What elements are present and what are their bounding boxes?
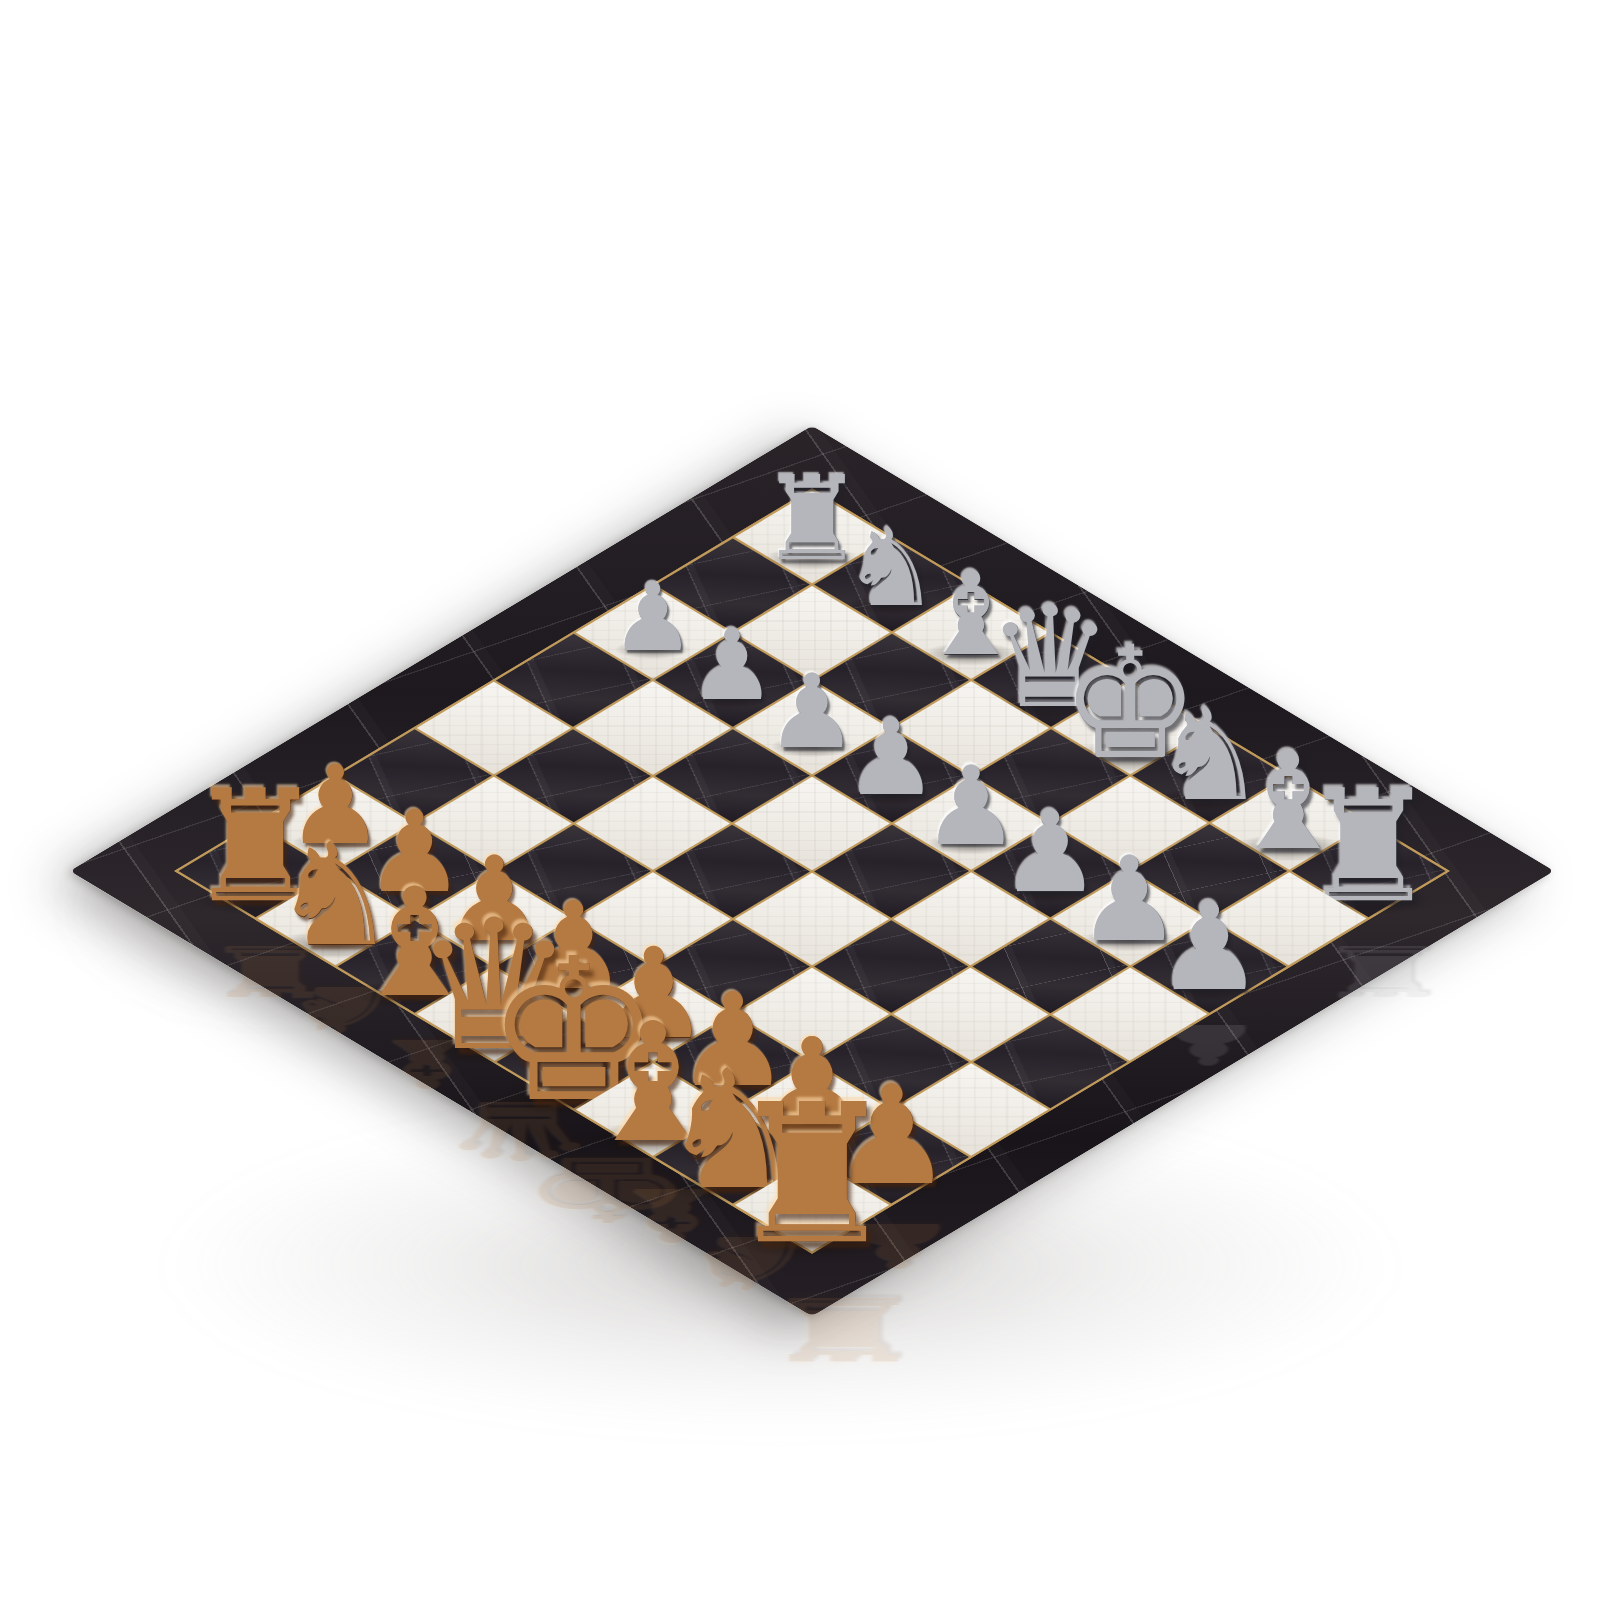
piece-silver-anubis-shield-pawn[interactable]: ♟♟ (1155, 892, 1264, 1001)
square-h1[interactable]: ♜♜ (735, 1158, 890, 1251)
piece-marble-reflection: ♜ (757, 1284, 866, 1370)
piece-silver-obelisk-rook[interactable]: ♜♜ (1314, 792, 1423, 901)
copper-obelisk-rook-icon: ♜ (726, 1078, 898, 1270)
silver-anubis-shield-pawn-icon: ♟ (1155, 886, 1263, 1007)
piece-copper-obelisk-rook[interactable]: ♜♜ (757, 1119, 866, 1228)
piece-marble-reflection: ♜ (1314, 935, 1423, 1005)
